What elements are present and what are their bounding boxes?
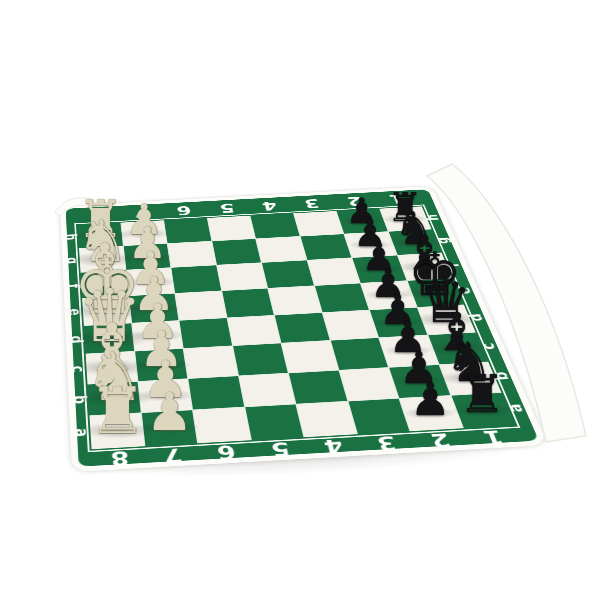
- square-e6: [175, 291, 226, 320]
- square-g5: [212, 239, 261, 265]
- square-b4: [289, 370, 347, 404]
- square-h5: [207, 216, 255, 241]
- rank-label-top-5: 5: [214, 202, 240, 215]
- square-a6: [193, 408, 250, 444]
- rank-label-top-4: 4: [256, 199, 283, 212]
- square-d4: [275, 313, 330, 343]
- square-c4: [282, 341, 338, 373]
- rank-label-bottom-5: 5: [263, 439, 297, 459]
- square-g4: [256, 236, 306, 262]
- square-d5: [227, 315, 280, 345]
- square-f4: [262, 261, 314, 288]
- square-d6: [179, 318, 231, 348]
- rank-label-bottom-3: 3: [369, 433, 404, 453]
- white-pawn-a7: ♟: [143, 386, 195, 438]
- square-a4: [296, 402, 356, 437]
- chess-set-photo: 8877665544332211hhggffeeddccbbaa ♜♞♝♛♚♝♞…: [0, 0, 600, 600]
- square-e3: [315, 283, 369, 312]
- square-f5: [217, 263, 268, 290]
- square-h6: [164, 218, 211, 243]
- square-e4: [268, 286, 321, 315]
- square-a3: [348, 399, 409, 434]
- square-c5: [233, 343, 288, 375]
- square-g6: [168, 241, 216, 267]
- square-b5: [239, 373, 296, 407]
- rank-label-bottom-4: 4: [316, 436, 350, 456]
- square-c3: [330, 338, 388, 370]
- square-b3: [339, 368, 398, 401]
- black-rook-a1: ♜: [456, 368, 508, 420]
- square-h3: [293, 211, 343, 236]
- rank-label-bottom-8: 8: [104, 448, 135, 468]
- square-c6: [184, 346, 238, 378]
- square-a5: [245, 405, 304, 441]
- square-f6: [171, 265, 220, 293]
- rank-label-bottom-6: 6: [210, 442, 243, 462]
- black-pawn-a2: ♟: [408, 377, 453, 422]
- square-f3: [307, 258, 360, 285]
- square-g3: [300, 234, 351, 260]
- square-e5: [222, 288, 274, 317]
- square-h4: [250, 213, 299, 238]
- square-b6: [188, 376, 243, 410]
- rank-label-top-6: 6: [171, 204, 197, 217]
- rank-label-top-3: 3: [298, 197, 325, 210]
- rank-label-bottom-7: 7: [157, 445, 189, 465]
- square-d3: [322, 310, 378, 340]
- rank-label-bottom-2: 2: [422, 430, 458, 450]
- white-rook-a8: ♜: [85, 379, 149, 443]
